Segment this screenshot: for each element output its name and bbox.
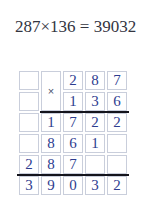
grid-cell (107, 155, 127, 174)
grid-cell (19, 92, 39, 111)
grid-cell: 3 (85, 176, 105, 195)
grid-cell: 6 (63, 134, 83, 153)
grid-cell (19, 134, 39, 153)
grid-cell: 2 (85, 113, 105, 132)
equation-title: 287×136 = 39032 (15, 17, 136, 37)
multiply-sign: × (41, 71, 61, 111)
grid-cell (19, 71, 39, 90)
grid-cell: 7 (107, 71, 127, 90)
grid-cell: 7 (63, 113, 83, 132)
grid-cell: 2 (19, 155, 39, 174)
grid-cell: 8 (85, 71, 105, 90)
grid-cell: 0 (63, 176, 83, 195)
grid-cell: 6 (107, 92, 127, 111)
product-rule-line (17, 174, 129, 176)
worksheet-page: 287×136 = 39032 ×287136172286128739032 (0, 0, 148, 220)
multiplication-grid-wrapper: ×287136172286128739032 (17, 69, 129, 197)
grid-cell (107, 134, 127, 153)
grid-cell (85, 155, 105, 174)
multiplication-grid: ×287136172286128739032 (17, 69, 129, 197)
grid-cell: 2 (63, 71, 83, 90)
grid-cell: 8 (41, 134, 61, 153)
grid-cell: 2 (107, 176, 127, 195)
grid-cell: 7 (63, 155, 83, 174)
grid-cell: 3 (85, 92, 105, 111)
grid-cell: 9 (41, 176, 61, 195)
multiplier-rule-line (40, 111, 129, 113)
grid-cell: 1 (63, 92, 83, 111)
grid-cell: 2 (107, 113, 127, 132)
grid-cell (19, 113, 39, 132)
grid-cell: 8 (41, 155, 61, 174)
grid-cell: 3 (19, 176, 39, 195)
grid-cell: 1 (85, 134, 105, 153)
grid-cell: 1 (41, 113, 61, 132)
